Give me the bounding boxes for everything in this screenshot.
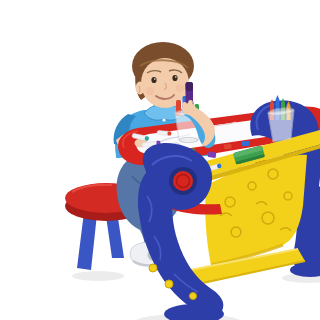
child-eye: [172, 75, 177, 81]
polo-button: [162, 118, 165, 121]
stool-leg: [106, 216, 124, 258]
held-marker-cap: [186, 82, 194, 91]
child-eye: [151, 77, 156, 83]
stool-leg: [77, 212, 97, 270]
product-photo: A toddler boy with short brown hair, wea…: [40, 16, 320, 320]
illustration: [40, 16, 320, 320]
